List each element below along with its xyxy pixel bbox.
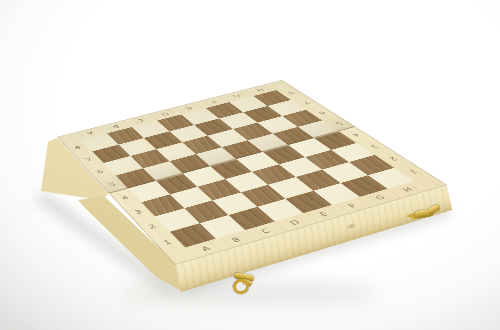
chessboard-product-photo: AABBCCDDEEFFGGHH8877665544332211: [0, 0, 500, 330]
brass-clasp-right: [406, 204, 446, 230]
brass-clasp-front: [226, 272, 260, 300]
clasp-tab-icon: [427, 204, 440, 215]
